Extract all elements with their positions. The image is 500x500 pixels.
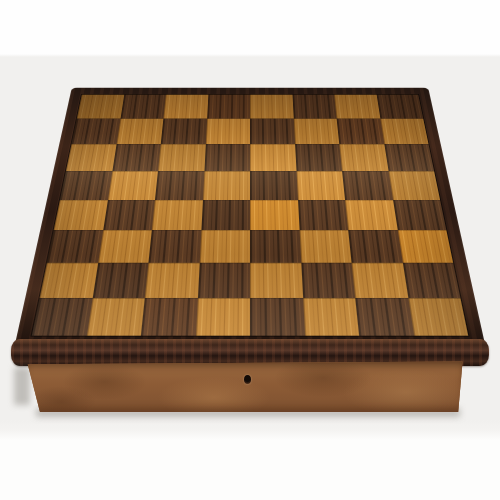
photo-caption: Antique wooden games box with inlaid par… [0,0,1,1]
square-g2 [352,263,408,298]
square-f5 [296,171,345,200]
square-e3 [250,230,301,263]
square-g6 [339,144,388,171]
square-b6 [112,144,161,171]
square-a3 [47,230,103,263]
square-d5 [203,171,251,200]
square-h6 [384,144,434,171]
square-a6 [66,144,116,171]
square-f7 [293,118,339,143]
square-e5 [250,171,298,200]
square-c2 [145,263,199,298]
square-b8 [120,95,166,119]
square-h1 [408,298,468,336]
square-c5 [155,171,204,200]
square-f2 [301,263,355,298]
square-e6 [250,144,296,171]
square-b4 [103,200,155,231]
cast-shadow-left [14,367,30,405]
square-d8 [207,95,250,119]
square-g5 [342,171,392,200]
square-e8 [250,95,293,119]
square-b7 [116,118,163,143]
square-g1 [355,298,413,336]
square-h8 [376,95,423,119]
square-c6 [158,144,205,171]
square-c8 [163,95,208,119]
square-g7 [337,118,384,143]
square-h2 [402,263,460,298]
square-c4 [152,200,203,231]
square-d3 [199,230,250,263]
square-a2 [40,263,98,298]
square-h4 [393,200,447,231]
square-h5 [388,171,440,200]
square-d6 [204,144,250,171]
square-b3 [98,230,152,263]
square-d2 [197,263,250,298]
square-a1 [32,298,92,336]
square-g8 [334,95,380,119]
square-f8 [292,95,337,119]
square-c7 [161,118,207,143]
square-d7 [205,118,250,143]
square-g3 [348,230,402,263]
keyhole [244,375,251,384]
square-d4 [201,200,250,231]
square-e2 [250,263,303,298]
square-a8 [77,95,124,119]
square-a7 [72,118,121,143]
square-e1 [250,298,305,336]
square-h7 [380,118,429,143]
square-e7 [250,118,295,143]
square-d1 [195,298,250,336]
chessboard-grid [32,95,468,336]
square-b1 [86,298,144,336]
photo-scene: Antique wooden games box with inlaid par… [0,0,500,500]
square-g4 [345,200,397,231]
square-f6 [295,144,342,171]
square-a4 [54,200,108,231]
square-f1 [303,298,360,336]
square-e4 [250,200,299,231]
square-b5 [108,171,158,200]
square-c1 [141,298,198,336]
square-f4 [298,200,349,231]
square-b2 [92,263,148,298]
square-a5 [60,171,112,200]
box-base-front [26,360,463,412]
square-c3 [148,230,200,263]
square-h3 [397,230,453,263]
square-f3 [299,230,351,263]
games-box-lid [14,88,486,348]
